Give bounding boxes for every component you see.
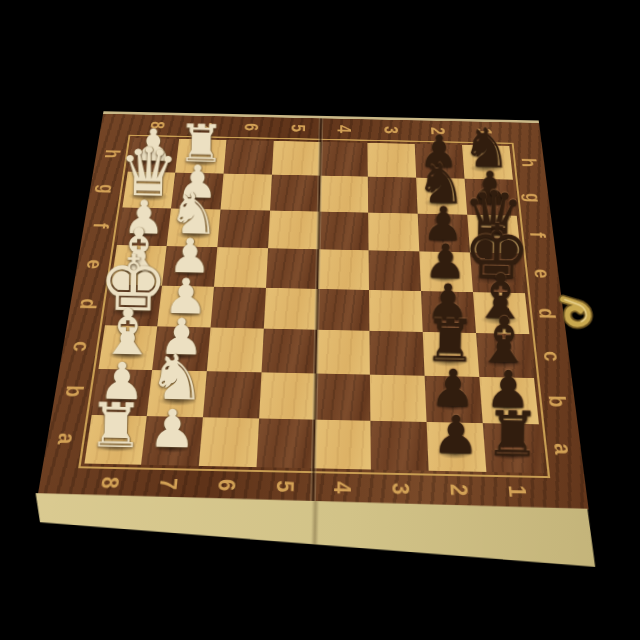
scene-tilt: hhggffeeddccbbaa8877665544332211 ♜♟♝♚♝♟♛… — [0, 0, 640, 640]
piece-white-pawn-a7[interactable]: ♟ — [127, 402, 218, 456]
brass-clasp[interactable] — [556, 293, 597, 338]
chess-set-photo: hhggffeeddccbbaa8877665544332211 ♜♟♝♚♝♟♛… — [0, 0, 640, 640]
piece-black-pawn-a2[interactable]: ♟ — [410, 408, 501, 462]
pieces-layer: ♜♟♝♚♝♟♛♟♟♞♟♟♟♞♟♜♜♟♝♝♚♛♟♞♟♟♜♟♟♟♞♟ — [0, 0, 640, 640]
